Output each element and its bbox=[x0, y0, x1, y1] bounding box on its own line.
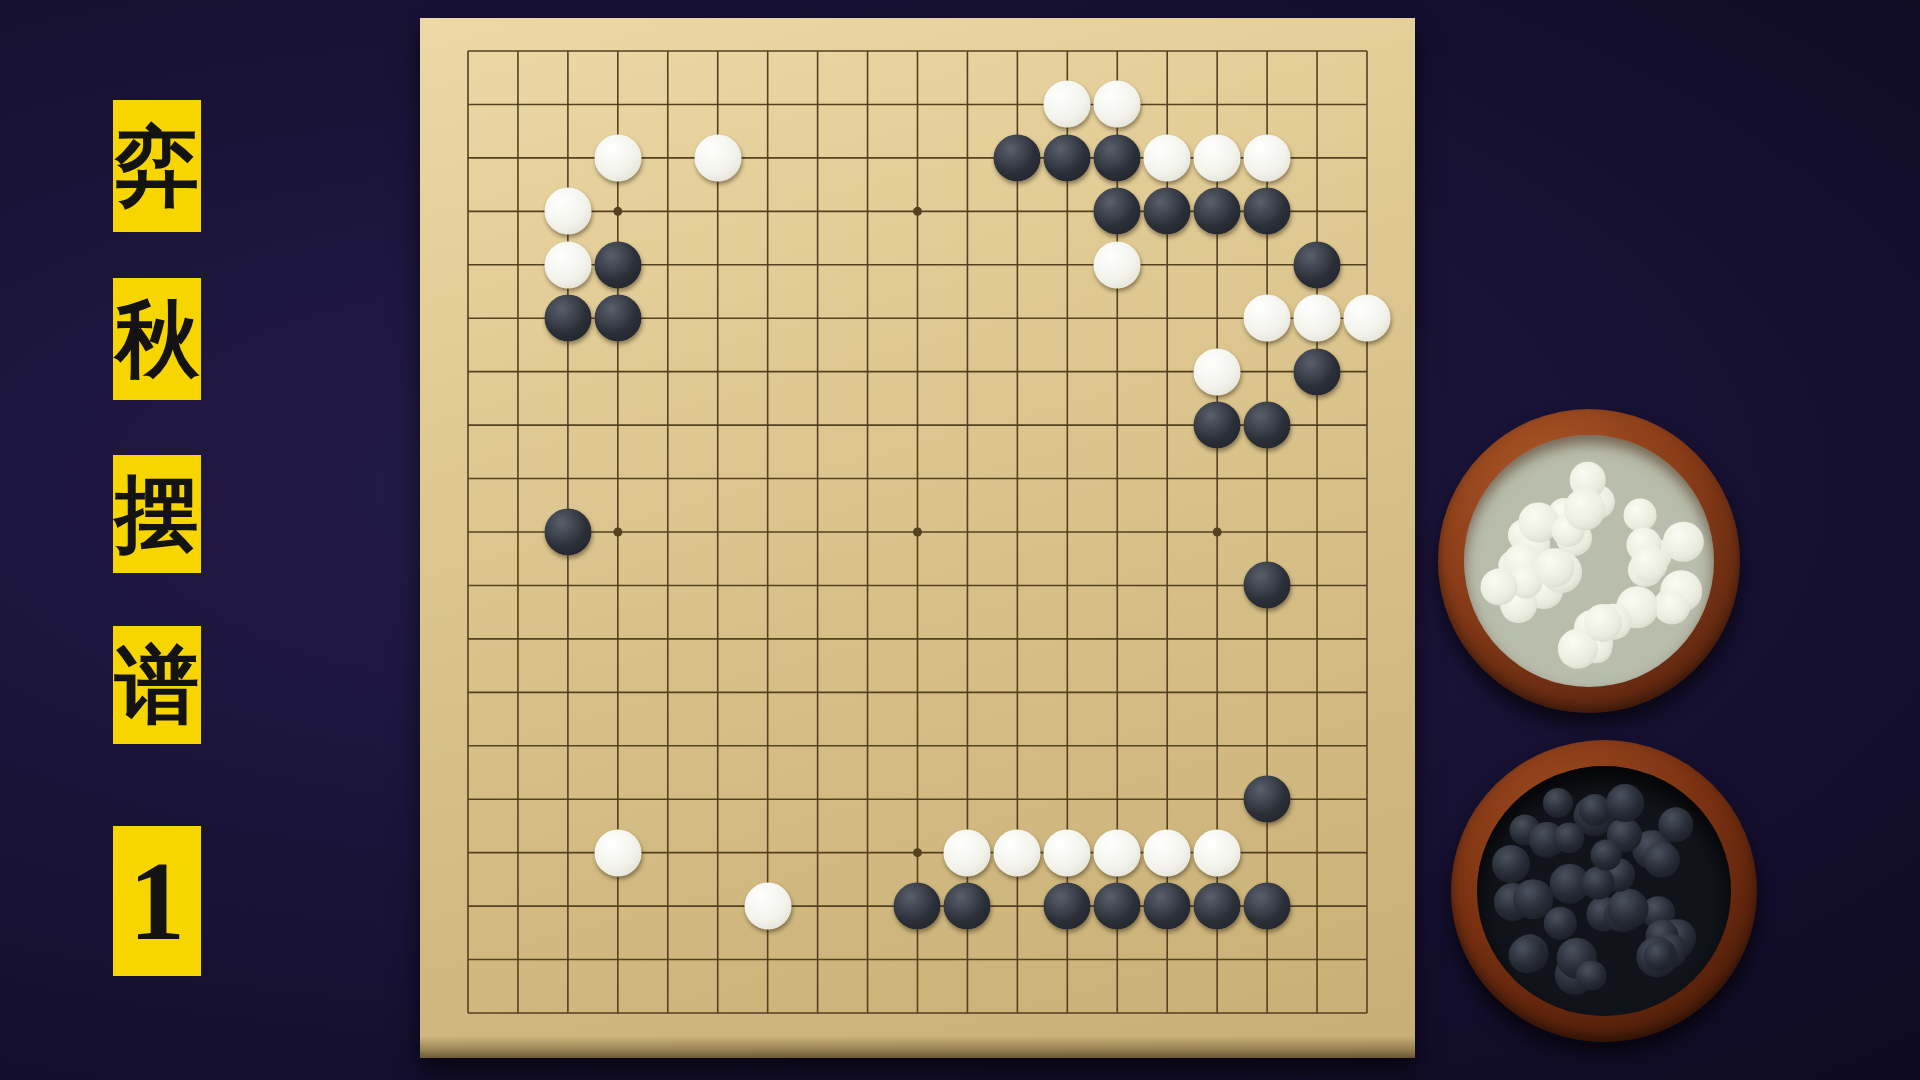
banner-char-1: 弈 bbox=[113, 100, 201, 232]
go-stone-white bbox=[1094, 81, 1141, 128]
bowl-stone-black bbox=[1582, 866, 1615, 899]
banner-char-3: 摆 bbox=[113, 455, 201, 573]
bowl-stone-black bbox=[1591, 840, 1622, 871]
bowl-stone-black bbox=[1513, 880, 1553, 920]
go-stone-white bbox=[744, 883, 791, 930]
bowl-stone-black bbox=[1606, 784, 1644, 822]
go-stone-black bbox=[1194, 402, 1241, 449]
go-stone-black bbox=[544, 508, 591, 555]
go-stone-white bbox=[1244, 134, 1291, 181]
go-stone-white bbox=[1194, 829, 1241, 876]
bowl-stone-white bbox=[1535, 548, 1575, 588]
go-stone-black bbox=[944, 883, 991, 930]
bowl-stone-white bbox=[1657, 591, 1690, 624]
bowl-stone-black bbox=[1576, 961, 1607, 992]
go-stone-white bbox=[994, 829, 1041, 876]
bowl-stone-white bbox=[1481, 568, 1518, 605]
go-stone-black bbox=[1094, 883, 1141, 930]
go-stone-black bbox=[1244, 402, 1291, 449]
go-stone-black bbox=[544, 295, 591, 342]
go-stone-black bbox=[994, 134, 1041, 181]
go-stone-black bbox=[1294, 348, 1341, 395]
bowl-stone-black bbox=[1643, 842, 1679, 878]
go-stone-black bbox=[1044, 134, 1091, 181]
go-stone-black bbox=[1294, 241, 1341, 288]
go-stone-white bbox=[1094, 241, 1141, 288]
bowl-stone-white bbox=[1663, 522, 1703, 562]
go-stone-black bbox=[1244, 188, 1291, 235]
black-stones-heap bbox=[1477, 766, 1731, 1016]
bowl-stone-black bbox=[1608, 888, 1649, 929]
go-stone-white bbox=[1094, 829, 1141, 876]
white-stones-bowl bbox=[1438, 409, 1740, 713]
go-stone-black bbox=[594, 295, 641, 342]
go-stone-white bbox=[1194, 348, 1241, 395]
board-bevel bbox=[420, 1036, 1415, 1058]
go-stone-black bbox=[894, 883, 941, 930]
go-stone-black bbox=[1244, 562, 1291, 609]
go-stone-black bbox=[1194, 188, 1241, 235]
go-stone-white bbox=[1144, 134, 1191, 181]
bowl-stone-black bbox=[1553, 822, 1584, 853]
banner-char-4: 谱 bbox=[113, 626, 201, 744]
bowl-stone-black bbox=[1492, 845, 1530, 883]
go-stone-black bbox=[1194, 883, 1241, 930]
bowl-stone-black bbox=[1508, 936, 1545, 973]
black-stones-bowl bbox=[1451, 740, 1757, 1042]
go-stone-white bbox=[944, 829, 991, 876]
go-stone-white bbox=[1343, 295, 1390, 342]
bowl-stone-white bbox=[1630, 545, 1667, 582]
bowl-stone-black bbox=[1659, 807, 1694, 842]
go-stone-white bbox=[1044, 829, 1091, 876]
go-stone-black bbox=[1144, 883, 1191, 930]
go-stone-white bbox=[1244, 295, 1291, 342]
go-stone-white bbox=[544, 241, 591, 288]
bowl-stone-white bbox=[1624, 499, 1657, 532]
go-stone-black bbox=[1044, 883, 1091, 930]
go-stone-white bbox=[1144, 829, 1191, 876]
go-stone-black bbox=[594, 241, 641, 288]
banner-char-2: 秋 bbox=[113, 278, 201, 400]
go-stone-black bbox=[1094, 188, 1141, 235]
banner-char-5: 1 bbox=[113, 826, 201, 976]
go-stone-white bbox=[544, 188, 591, 235]
bowl-stone-black bbox=[1644, 941, 1674, 971]
go-stone-black bbox=[1094, 134, 1141, 181]
go-board bbox=[420, 18, 1415, 1058]
white-stones-heap bbox=[1464, 435, 1714, 687]
go-stone-black bbox=[1144, 188, 1191, 235]
go-stone-black bbox=[1244, 776, 1291, 823]
go-stone-white bbox=[1294, 295, 1341, 342]
video-frame: 弈 秋 摆 谱 1 bbox=[0, 0, 1920, 1080]
go-stone-white bbox=[1194, 134, 1241, 181]
go-stone-white bbox=[1044, 81, 1091, 128]
bowl-stone-black bbox=[1543, 788, 1573, 818]
go-stone-white bbox=[594, 134, 641, 181]
go-stone-white bbox=[594, 829, 641, 876]
go-stone-white bbox=[694, 134, 741, 181]
bowl-stone-white bbox=[1564, 488, 1605, 529]
go-stone-black bbox=[1244, 883, 1291, 930]
